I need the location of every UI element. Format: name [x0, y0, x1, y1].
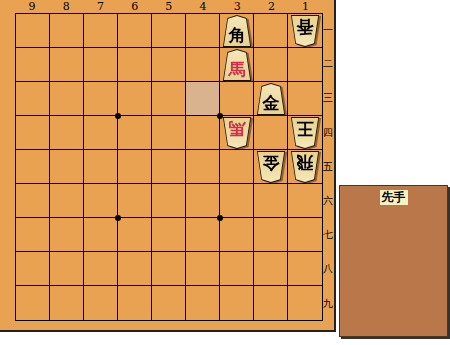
board-square[interactable] [220, 286, 254, 320]
file-label: 5 [152, 0, 186, 13]
board-square[interactable] [118, 218, 152, 252]
board-square[interactable] [16, 150, 50, 184]
piece-kanji: 馬 [223, 119, 251, 139]
sente-promoted-piece[interactable]: 馬 [222, 49, 252, 81]
board-square[interactable] [50, 286, 84, 320]
board-square[interactable] [220, 252, 254, 286]
board-square[interactable] [288, 218, 322, 252]
board-square[interactable] [16, 184, 50, 218]
board-square[interactable] [118, 82, 152, 116]
board-square[interactable] [186, 48, 220, 82]
piece-kanji: 香 [291, 17, 319, 37]
board-square[interactable] [84, 82, 118, 116]
file-label: 8 [49, 0, 83, 13]
board-square[interactable] [16, 82, 50, 116]
board-square[interactable] [152, 184, 186, 218]
board-square[interactable] [118, 48, 152, 82]
sente-captured-panel[interactable]: 先手 [339, 185, 448, 337]
board-square[interactable] [84, 252, 118, 286]
board-square[interactable] [254, 184, 288, 218]
board-square[interactable] [220, 150, 254, 184]
board-square[interactable] [16, 14, 50, 48]
board-square[interactable] [118, 184, 152, 218]
rank-label: 二 [322, 47, 334, 81]
board-square[interactable] [186, 14, 220, 48]
shogi-app: 987654321 一二三四五六七八九 角香馬金馬王金飛 先手 [0, 0, 450, 345]
board-square[interactable] [288, 82, 322, 116]
board-square[interactable] [16, 252, 50, 286]
rank-labels: 一二三四五六七八九 [322, 13, 334, 321]
gote-piece[interactable]: 王 [290, 117, 320, 149]
rank-label: 九 [322, 287, 334, 321]
rank-label: 四 [322, 116, 334, 150]
board-square[interactable] [84, 286, 118, 320]
board-square[interactable] [254, 48, 288, 82]
board-square[interactable] [186, 116, 220, 150]
rank-label: 八 [322, 252, 334, 286]
board-square[interactable] [152, 14, 186, 48]
board-square[interactable] [288, 184, 322, 218]
board-square[interactable] [84, 14, 118, 48]
sente-label: 先手 [380, 190, 408, 205]
board-square[interactable] [152, 82, 186, 116]
file-label: 1 [289, 0, 323, 13]
board-square[interactable] [84, 184, 118, 218]
board-square[interactable] [254, 252, 288, 286]
board-square[interactable] [118, 150, 152, 184]
board-square[interactable] [118, 286, 152, 320]
file-label: 7 [83, 0, 117, 13]
board-square[interactable] [118, 116, 152, 150]
star-point [217, 215, 223, 221]
board-square[interactable] [152, 218, 186, 252]
board-square[interactable] [288, 48, 322, 82]
piece-kanji: 馬 [223, 59, 251, 79]
board-canvas: 987654321 一二三四五六七八九 角香馬金馬王金飛 [0, 0, 336, 332]
board-square[interactable] [84, 218, 118, 252]
piece-kanji: 王 [291, 119, 319, 139]
board-square[interactable] [50, 252, 84, 286]
board-square[interactable] [186, 286, 220, 320]
board-square[interactable] [288, 252, 322, 286]
board-square[interactable] [50, 184, 84, 218]
board-square[interactable] [118, 14, 152, 48]
file-label: 6 [118, 0, 152, 13]
file-label: 2 [254, 0, 288, 13]
rank-label: 三 [322, 81, 334, 115]
board-square[interactable] [186, 150, 220, 184]
board-square[interactable] [16, 116, 50, 150]
board-square[interactable] [254, 14, 288, 48]
board-square[interactable] [16, 286, 50, 320]
board-square[interactable] [220, 184, 254, 218]
sente-piece[interactable]: 金 [256, 83, 286, 115]
rank-label: 一 [322, 13, 334, 47]
board-square[interactable] [50, 218, 84, 252]
file-label: 4 [186, 0, 220, 13]
board-square[interactable] [50, 14, 84, 48]
rank-label: 六 [322, 184, 334, 218]
board-square[interactable] [152, 116, 186, 150]
board-square[interactable] [84, 150, 118, 184]
piece-kanji: 角 [223, 25, 251, 45]
piece-kanji: 金 [257, 153, 285, 173]
board-square[interactable] [152, 48, 186, 82]
board-square[interactable] [254, 286, 288, 320]
board-square[interactable] [220, 82, 254, 116]
file-label: 3 [220, 0, 254, 13]
board-square[interactable] [118, 252, 152, 286]
board-square[interactable] [84, 116, 118, 150]
board-square[interactable] [84, 48, 118, 82]
board-square[interactable] [16, 218, 50, 252]
board-square[interactable] [288, 286, 322, 320]
rank-label: 七 [322, 218, 334, 252]
file-label: 9 [15, 0, 49, 13]
gote-piece[interactable]: 香 [290, 15, 320, 47]
board-square[interactable] [186, 184, 220, 218]
board-square[interactable] [152, 252, 186, 286]
star-point [115, 113, 121, 119]
board-square[interactable] [50, 116, 84, 150]
board-square[interactable] [16, 48, 50, 82]
file-labels: 987654321 [15, 0, 323, 13]
gote-piece[interactable]: 金 [256, 151, 286, 183]
board-square[interactable] [50, 82, 84, 116]
piece-kanji: 金 [257, 93, 285, 113]
board-square[interactable] [50, 48, 84, 82]
board-square[interactable] [220, 218, 254, 252]
board-square[interactable] [186, 218, 220, 252]
sente-piece[interactable]: 角 [222, 15, 252, 47]
gote-promoted-piece[interactable]: 馬 [222, 117, 252, 149]
star-point [115, 215, 121, 221]
rank-label: 五 [322, 150, 334, 184]
board-square[interactable] [50, 150, 84, 184]
gote-piece[interactable]: 飛 [290, 151, 320, 183]
shogi-board: 角香馬金馬王金飛 [15, 13, 323, 321]
board-square[interactable] [152, 286, 186, 320]
board-square[interactable] [186, 252, 220, 286]
board-square[interactable] [152, 150, 186, 184]
piece-kanji: 飛 [291, 153, 319, 173]
highlighted-square[interactable] [186, 82, 220, 116]
board-square[interactable] [254, 116, 288, 150]
board-square[interactable] [254, 218, 288, 252]
